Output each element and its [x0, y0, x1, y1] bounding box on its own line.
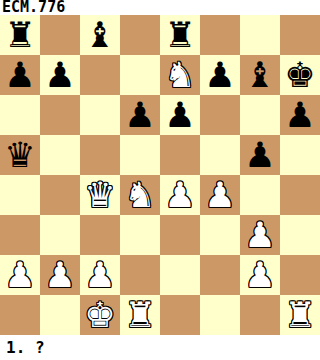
- black-pawn-piece: ♟: [244, 135, 275, 175]
- square-b6[interactable]: [40, 95, 80, 135]
- black-bishop-piece: ♝: [84, 15, 115, 55]
- white-knight-piece: ♞: [124, 175, 155, 215]
- move-prompt: 1. ?: [0, 335, 320, 360]
- square-b5[interactable]: [40, 135, 80, 175]
- square-c4[interactable]: ♛: [80, 175, 120, 215]
- white-pawn-piece: ♟: [44, 255, 75, 295]
- square-a8[interactable]: ♜: [0, 15, 40, 55]
- square-a4[interactable]: [0, 175, 40, 215]
- black-pawn-piece: ♟: [204, 55, 235, 95]
- square-d5[interactable]: [120, 135, 160, 175]
- square-b3[interactable]: [40, 215, 80, 255]
- black-pawn-piece: ♟: [124, 95, 155, 135]
- white-pawn-piece: ♟: [204, 175, 235, 215]
- white-knight-piece: ♞: [164, 55, 195, 95]
- square-d2[interactable]: [120, 255, 160, 295]
- square-c3[interactable]: [80, 215, 120, 255]
- black-pawn-piece: ♟: [44, 55, 75, 95]
- square-g1[interactable]: [240, 295, 280, 335]
- square-f7[interactable]: ♟: [200, 55, 240, 95]
- square-d7[interactable]: [120, 55, 160, 95]
- square-h8[interactable]: [280, 15, 320, 55]
- square-g6[interactable]: [240, 95, 280, 135]
- square-g4[interactable]: [240, 175, 280, 215]
- square-c1[interactable]: ♚: [80, 295, 120, 335]
- square-a3[interactable]: [0, 215, 40, 255]
- square-c5[interactable]: [80, 135, 120, 175]
- square-e7[interactable]: ♞: [160, 55, 200, 95]
- square-g3[interactable]: ♟: [240, 215, 280, 255]
- black-pawn-piece: ♟: [4, 55, 35, 95]
- square-e1[interactable]: [160, 295, 200, 335]
- square-f3[interactable]: [200, 215, 240, 255]
- square-a1[interactable]: [0, 295, 40, 335]
- square-d6[interactable]: ♟: [120, 95, 160, 135]
- square-h3[interactable]: [280, 215, 320, 255]
- square-b2[interactable]: ♟: [40, 255, 80, 295]
- square-c7[interactable]: [80, 55, 120, 95]
- square-f8[interactable]: [200, 15, 240, 55]
- square-b1[interactable]: [40, 295, 80, 335]
- puzzle-title: ECM.776: [0, 0, 320, 15]
- square-g5[interactable]: ♟: [240, 135, 280, 175]
- square-b8[interactable]: [40, 15, 80, 55]
- square-e6[interactable]: ♟: [160, 95, 200, 135]
- square-a6[interactable]: [0, 95, 40, 135]
- square-a2[interactable]: ♟: [0, 255, 40, 295]
- white-queen-piece: ♛: [84, 175, 115, 215]
- square-a5[interactable]: ♛: [0, 135, 40, 175]
- square-a7[interactable]: ♟: [0, 55, 40, 95]
- black-pawn-piece: ♟: [284, 95, 315, 135]
- square-d3[interactable]: [120, 215, 160, 255]
- square-c6[interactable]: [80, 95, 120, 135]
- black-queen-piece: ♛: [4, 135, 35, 175]
- black-king-piece: ♚: [284, 55, 315, 95]
- white-pawn-piece: ♟: [4, 255, 35, 295]
- square-e2[interactable]: [160, 255, 200, 295]
- square-d1[interactable]: ♜: [120, 295, 160, 335]
- square-f6[interactable]: [200, 95, 240, 135]
- square-h7[interactable]: ♚: [280, 55, 320, 95]
- white-king-piece: ♚: [84, 295, 115, 335]
- square-h4[interactable]: [280, 175, 320, 215]
- square-e4[interactable]: ♟: [160, 175, 200, 215]
- white-pawn-piece: ♟: [84, 255, 115, 295]
- square-d4[interactable]: ♞: [120, 175, 160, 215]
- white-rook-piece: ♜: [284, 295, 315, 335]
- square-g7[interactable]: ♝: [240, 55, 280, 95]
- white-pawn-piece: ♟: [244, 255, 275, 295]
- square-d8[interactable]: [120, 15, 160, 55]
- white-pawn-piece: ♟: [164, 175, 195, 215]
- square-h2[interactable]: [280, 255, 320, 295]
- square-h1[interactable]: ♜: [280, 295, 320, 335]
- square-h6[interactable]: ♟: [280, 95, 320, 135]
- square-f5[interactable]: [200, 135, 240, 175]
- square-e5[interactable]: [160, 135, 200, 175]
- square-h5[interactable]: [280, 135, 320, 175]
- black-rook-piece: ♜: [164, 15, 195, 55]
- white-rook-piece: ♜: [124, 295, 155, 335]
- black-rook-piece: ♜: [4, 15, 35, 55]
- square-f4[interactable]: ♟: [200, 175, 240, 215]
- chess-board: ♜♝♜♟♟♞♟♝♚♟♟♟♛♟♛♞♟♟♟♟♟♟♟♚♜♜: [0, 15, 320, 335]
- square-b4[interactable]: [40, 175, 80, 215]
- square-g2[interactable]: ♟: [240, 255, 280, 295]
- black-bishop-piece: ♝: [244, 55, 275, 95]
- square-g8[interactable]: [240, 15, 280, 55]
- square-e8[interactable]: ♜: [160, 15, 200, 55]
- white-pawn-piece: ♟: [244, 215, 275, 255]
- square-f1[interactable]: [200, 295, 240, 335]
- black-pawn-piece: ♟: [164, 95, 195, 135]
- square-e3[interactable]: [160, 215, 200, 255]
- square-b7[interactable]: ♟: [40, 55, 80, 95]
- square-c2[interactable]: ♟: [80, 255, 120, 295]
- square-c8[interactable]: ♝: [80, 15, 120, 55]
- chess-puzzle-page: ECM.776 ♜♝♜♟♟♞♟♝♚♟♟♟♛♟♛♞♟♟♟♟♟♟♟♚♜♜ 1. ?: [0, 0, 320, 360]
- square-f2[interactable]: [200, 255, 240, 295]
